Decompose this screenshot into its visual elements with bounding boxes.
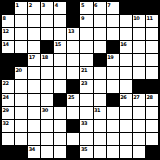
cell-r2c5[interactable]: 13 <box>67 28 79 40</box>
black-cell-r0c11 <box>146 2 158 14</box>
cell-r0c4[interactable]: 4 <box>54 2 66 14</box>
cell-r1c10[interactable]: 10 <box>133 15 145 27</box>
black-cell-r3c8 <box>107 41 119 53</box>
cell-r1c1[interactable] <box>15 15 27 27</box>
clue-number-20: 20 <box>16 67 22 73</box>
black-cell-r7c4 <box>54 94 66 106</box>
cell-r9c6[interactable]: 33 <box>80 120 92 132</box>
crossword-board: 1234567891011121314151617181920212223242… <box>0 0 160 160</box>
cell-r2c10[interactable] <box>133 28 145 40</box>
clue-number-2: 2 <box>29 2 32 8</box>
cell-r8c8[interactable] <box>107 107 119 119</box>
cell-r4c10[interactable] <box>133 54 145 66</box>
cell-r5c10[interactable] <box>133 67 145 79</box>
clue-number-17: 17 <box>29 54 35 60</box>
clue-number-25: 25 <box>68 94 74 100</box>
clue-number-3: 3 <box>42 2 45 8</box>
cell-r7c2[interactable] <box>28 94 40 106</box>
cell-r3c2[interactable] <box>28 41 40 53</box>
black-cell-r11c11 <box>146 146 158 158</box>
cell-r11c7[interactable] <box>94 146 106 158</box>
black-cell-r11c5 <box>67 146 79 158</box>
black-cell-r7c8 <box>107 94 119 106</box>
cell-r5c5[interactable] <box>67 67 79 79</box>
cell-r9c1[interactable] <box>15 120 27 132</box>
clue-number-15: 15 <box>55 41 61 47</box>
cell-r5c11[interactable] <box>146 67 158 79</box>
cell-r8c2[interactable] <box>28 107 40 119</box>
black-cell-r6c11 <box>146 80 158 92</box>
cell-r9c10[interactable] <box>133 120 145 132</box>
cell-r2c0[interactable]: 12 <box>2 28 14 40</box>
cell-r5c7[interactable] <box>94 67 106 79</box>
cell-r3c1[interactable] <box>15 41 27 53</box>
black-cell-r4c7 <box>94 54 106 66</box>
cell-r9c2[interactable] <box>28 120 40 132</box>
cell-r4c2[interactable]: 17 <box>28 54 40 66</box>
clue-number-14: 14 <box>3 41 9 47</box>
cell-r6c3[interactable] <box>41 80 53 92</box>
cell-r6c1[interactable] <box>15 80 27 92</box>
black-cell-r11c0 <box>2 146 14 158</box>
clue-number-1: 1 <box>16 2 19 8</box>
clue-number-5: 5 <box>81 2 84 8</box>
clue-number-30: 30 <box>42 107 48 113</box>
cell-r8c0[interactable]: 29 <box>2 107 14 119</box>
cell-r9c8[interactable] <box>107 120 119 132</box>
cell-r7c7[interactable] <box>94 94 106 106</box>
cell-r9c0[interactable]: 32 <box>2 120 14 132</box>
cell-r1c3[interactable] <box>41 15 53 27</box>
cell-r11c8[interactable] <box>107 146 119 158</box>
cell-r11c4[interactable] <box>54 146 66 158</box>
cell-r0c6[interactable]: 5 <box>80 2 92 14</box>
cell-r6c4[interactable] <box>54 80 66 92</box>
cell-r3c9[interactable]: 16 <box>120 41 132 53</box>
clue-number-24: 24 <box>3 94 9 100</box>
cell-r5c8[interactable] <box>107 67 119 79</box>
clue-number-27: 27 <box>133 94 139 100</box>
cell-r0c1[interactable]: 1 <box>15 2 27 14</box>
clue-number-32: 32 <box>3 120 9 126</box>
cell-r3c4[interactable]: 15 <box>54 41 66 53</box>
clue-number-33: 33 <box>81 120 87 126</box>
cell-r2c4[interactable] <box>54 28 66 40</box>
cell-r8c5[interactable] <box>67 107 79 119</box>
cell-r8c3[interactable]: 30 <box>41 107 53 119</box>
cell-r11c2[interactable]: 34 <box>28 146 40 158</box>
cell-r10c2[interactable] <box>28 133 40 145</box>
black-cell-r3c3 <box>41 41 53 53</box>
clue-number-23: 23 <box>81 80 87 86</box>
cell-r4c6[interactable] <box>80 54 92 66</box>
clue-number-13: 13 <box>68 28 74 34</box>
cell-r6c9[interactable] <box>120 80 132 92</box>
clue-number-28: 28 <box>146 94 152 100</box>
clue-number-31: 31 <box>94 107 100 113</box>
cell-r7c6[interactable] <box>80 94 92 106</box>
cell-r7c1[interactable] <box>15 94 27 106</box>
clue-number-26: 26 <box>120 94 126 100</box>
cell-r6c8[interactable] <box>107 80 119 92</box>
cell-r8c7[interactable]: 31 <box>94 107 106 119</box>
cell-r1c9[interactable] <box>120 15 132 27</box>
cell-r10c8[interactable] <box>107 133 119 145</box>
clue-number-22: 22 <box>3 80 9 86</box>
cell-r5c4[interactable] <box>54 67 66 79</box>
cell-r3c10[interactable] <box>133 41 145 53</box>
cell-r10c3[interactable] <box>41 133 53 145</box>
cell-r11c9[interactable] <box>120 146 132 158</box>
cell-r5c6[interactable]: 21 <box>80 67 92 79</box>
cell-r8c11[interactable] <box>146 107 158 119</box>
black-cell-r11c1 <box>15 146 27 158</box>
cell-r0c7[interactable]: 6 <box>94 2 106 14</box>
black-cell-r4c1 <box>15 54 27 66</box>
cell-r2c3[interactable] <box>41 28 53 40</box>
clue-number-19: 19 <box>107 54 113 60</box>
cell-r1c6[interactable]: 9 <box>80 15 92 27</box>
cell-r7c9[interactable]: 26 <box>120 94 132 106</box>
clue-number-34: 34 <box>29 146 35 152</box>
black-cell-r1c5 <box>67 15 79 27</box>
clue-number-12: 12 <box>3 28 9 34</box>
cell-r2c7[interactable] <box>94 28 106 40</box>
clue-number-6: 6 <box>94 2 97 8</box>
cell-r4c8[interactable]: 19 <box>107 54 119 66</box>
cell-r5c1[interactable]: 20 <box>15 67 27 79</box>
cell-r10c4[interactable] <box>54 133 66 145</box>
cell-r9c7[interactable] <box>94 120 106 132</box>
black-cell-r9c5 <box>67 120 79 132</box>
black-cell-r0c10 <box>133 2 145 14</box>
cell-r1c2[interactable] <box>28 15 40 27</box>
cell-r5c9[interactable] <box>120 67 132 79</box>
cell-r4c9[interactable] <box>120 54 132 66</box>
cell-r10c0[interactable] <box>2 133 14 145</box>
cell-r4c3[interactable]: 18 <box>41 54 53 66</box>
black-cell-r0c0 <box>2 2 14 14</box>
cell-r2c6[interactable] <box>80 28 92 40</box>
cell-r11c10[interactable] <box>133 146 145 158</box>
clue-number-35: 35 <box>81 146 87 152</box>
clue-number-11: 11 <box>146 15 152 21</box>
clue-number-7: 7 <box>107 2 110 8</box>
cell-r4c11[interactable] <box>146 54 158 66</box>
cell-r6c7[interactable] <box>94 80 106 92</box>
black-cell-r5c0 <box>2 67 14 79</box>
crossword-puzzle: 1234567891011121314151617181920212223242… <box>0 0 160 160</box>
cell-r6c6[interactable]: 23 <box>80 80 92 92</box>
black-cell-r4c0 <box>2 54 14 66</box>
cell-r0c2[interactable]: 2 <box>28 2 40 14</box>
clue-number-8: 8 <box>3 15 6 21</box>
cell-r1c11[interactable]: 11 <box>146 15 158 27</box>
cell-r3c11[interactable] <box>146 41 158 53</box>
cell-r2c2[interactable] <box>28 28 40 40</box>
clue-number-16: 16 <box>120 41 126 47</box>
cell-r6c2[interactable] <box>28 80 40 92</box>
clue-number-21: 21 <box>81 67 87 73</box>
cell-r0c8[interactable]: 7 <box>107 2 119 14</box>
cell-r1c0[interactable]: 8 <box>2 15 14 27</box>
clue-number-9: 9 <box>81 15 84 21</box>
cell-r8c6[interactable] <box>80 107 92 119</box>
cell-r3c5[interactable] <box>67 41 79 53</box>
cell-r8c4[interactable] <box>54 107 66 119</box>
cell-r7c5[interactable]: 25 <box>67 94 79 106</box>
cell-r2c8[interactable] <box>107 28 119 40</box>
black-cell-r6c10 <box>133 80 145 92</box>
cell-r10c6[interactable] <box>80 133 92 145</box>
clue-number-18: 18 <box>42 54 48 60</box>
black-cell-r6c5 <box>67 80 79 92</box>
cell-r2c9[interactable] <box>120 28 132 40</box>
cell-r3c6[interactable] <box>80 41 92 53</box>
cell-r3c0[interactable]: 14 <box>2 41 14 53</box>
cell-r7c3[interactable] <box>41 94 53 106</box>
clue-number-4: 4 <box>55 2 58 8</box>
cell-r10c1[interactable] <box>15 133 27 145</box>
cell-r7c11[interactable]: 28 <box>146 94 158 106</box>
cell-r2c11[interactable] <box>146 28 158 40</box>
cell-r7c10[interactable]: 27 <box>133 94 145 106</box>
cell-r2c1[interactable] <box>15 28 27 40</box>
clue-number-29: 29 <box>3 107 9 113</box>
cell-r5c3[interactable] <box>41 67 53 79</box>
cell-r0c3[interactable]: 3 <box>41 2 53 14</box>
cell-r9c3[interactable] <box>41 120 53 132</box>
cell-r8c1[interactable] <box>15 107 27 119</box>
cell-r8c9[interactable] <box>120 107 132 119</box>
cell-r4c5[interactable] <box>67 54 79 66</box>
cell-r11c3[interactable] <box>41 146 53 158</box>
cell-r8c10[interactable] <box>133 107 145 119</box>
cell-r9c11[interactable] <box>146 120 158 132</box>
cell-r10c7[interactable] <box>94 133 106 145</box>
cell-r5c2[interactable] <box>28 67 40 79</box>
cell-r1c4[interactable] <box>54 15 66 27</box>
black-cell-r0c5 <box>67 2 79 14</box>
black-cell-r0c9 <box>120 2 132 14</box>
cell-r3c7[interactable] <box>94 41 106 53</box>
cell-r9c9[interactable] <box>120 120 132 132</box>
cell-r11c6[interactable]: 35 <box>80 146 92 158</box>
cell-r4c4[interactable] <box>54 54 66 66</box>
clue-number-10: 10 <box>133 15 139 21</box>
cell-r10c5[interactable] <box>67 133 79 145</box>
cell-r10c9[interactable] <box>120 133 132 145</box>
cell-r10c11[interactable] <box>146 133 158 145</box>
cell-r1c8[interactable] <box>107 15 119 27</box>
cell-r1c7[interactable] <box>94 15 106 27</box>
cell-r9c4[interactable] <box>54 120 66 132</box>
cell-r10c10[interactable] <box>133 133 145 145</box>
cell-r7c0[interactable]: 24 <box>2 94 14 106</box>
cell-r6c0[interactable]: 22 <box>2 80 14 92</box>
